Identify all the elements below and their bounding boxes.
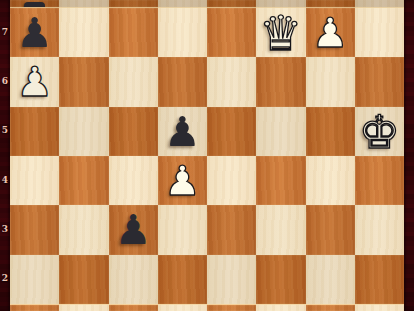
square-g1[interactable] (306, 304, 355, 311)
square-b7[interactable] (59, 8, 108, 57)
square-d2[interactable] (158, 255, 207, 304)
square-a4[interactable] (10, 156, 59, 205)
square-c4[interactable] (109, 156, 158, 205)
square-e6[interactable] (207, 57, 256, 106)
board-border-right (404, 0, 414, 311)
square-c1[interactable] (109, 304, 158, 311)
square-a8[interactable] (10, 0, 59, 8)
square-h7[interactable] (355, 8, 404, 57)
square-e7[interactable] (207, 8, 256, 57)
square-h8[interactable] (355, 0, 404, 8)
square-h5[interactable]: ♚ (355, 107, 404, 156)
square-g6[interactable] (306, 57, 355, 106)
square-h4[interactable] (355, 156, 404, 205)
black-pawn[interactable]: ♟ (115, 210, 152, 251)
square-g2[interactable] (306, 255, 355, 304)
square-b3[interactable] (59, 205, 108, 254)
rank-label-5: 5 (0, 126, 10, 135)
square-c5[interactable] (109, 107, 158, 156)
square-a5[interactable] (10, 107, 59, 156)
square-e2[interactable] (207, 255, 256, 304)
square-a1[interactable] (10, 304, 59, 311)
square-a2[interactable] (10, 255, 59, 304)
square-d6[interactable] (158, 57, 207, 106)
square-b1[interactable] (59, 304, 108, 311)
square-f3[interactable] (256, 205, 305, 254)
square-f5[interactable] (256, 107, 305, 156)
square-h1[interactable] (355, 304, 404, 311)
square-f1[interactable] (256, 304, 305, 311)
square-e5[interactable] (207, 107, 256, 156)
square-b5[interactable] (59, 107, 108, 156)
square-d1[interactable] (158, 304, 207, 311)
chess-diagram: ♟♛♟♟♟♚♟♟ 765432 (0, 0, 414, 311)
square-c6[interactable] (109, 57, 158, 106)
square-f4[interactable] (256, 156, 305, 205)
square-e3[interactable] (207, 205, 256, 254)
square-e8[interactable] (207, 0, 256, 8)
board-border-left (0, 0, 10, 311)
black-pawn[interactable]: ♟ (16, 13, 53, 54)
square-h6[interactable] (355, 57, 404, 106)
square-b8[interactable] (59, 0, 108, 8)
square-a7[interactable]: ♟ (10, 8, 59, 57)
square-d3[interactable] (158, 205, 207, 254)
square-c3[interactable]: ♟ (109, 205, 158, 254)
black-pawn[interactable]: ♟ (164, 112, 201, 153)
square-a3[interactable] (10, 205, 59, 254)
square-e1[interactable] (207, 304, 256, 311)
square-d4[interactable]: ♟ (158, 156, 207, 205)
square-c8[interactable] (109, 0, 158, 8)
square-g8[interactable] (306, 0, 355, 8)
square-g4[interactable] (306, 156, 355, 205)
square-f7[interactable]: ♛ (256, 8, 305, 57)
square-c2[interactable] (109, 255, 158, 304)
rank-label-3: 3 (0, 225, 10, 234)
white-pawn[interactable]: ♟ (164, 161, 201, 202)
white-queen[interactable]: ♛ (259, 9, 302, 57)
square-d8[interactable] (158, 0, 207, 8)
square-g3[interactable] (306, 205, 355, 254)
square-a6[interactable]: ♟ (10, 57, 59, 106)
square-d7[interactable] (158, 8, 207, 57)
square-d5[interactable]: ♟ (158, 107, 207, 156)
white-pawn[interactable]: ♟ (312, 13, 349, 54)
square-f6[interactable] (256, 57, 305, 106)
square-h2[interactable] (355, 255, 404, 304)
square-c7[interactable] (109, 8, 158, 57)
white-pawn[interactable]: ♟ (16, 62, 53, 103)
square-b2[interactable] (59, 255, 108, 304)
square-g5[interactable] (306, 107, 355, 156)
white-king[interactable]: ♚ (359, 109, 400, 155)
square-f8[interactable] (256, 0, 305, 8)
square-h3[interactable] (355, 205, 404, 254)
square-g7[interactable]: ♟ (306, 8, 355, 57)
square-f2[interactable] (256, 255, 305, 304)
square-b6[interactable] (59, 57, 108, 106)
rank-label-2: 2 (0, 274, 10, 283)
square-b4[interactable] (59, 156, 108, 205)
rank-label-4: 4 (0, 176, 10, 185)
rank-label-6: 6 (0, 77, 10, 86)
chess-board: ♟♛♟♟♟♚♟♟ (10, 0, 404, 311)
square-e4[interactable] (207, 156, 256, 205)
rank-label-7: 7 (0, 28, 10, 37)
